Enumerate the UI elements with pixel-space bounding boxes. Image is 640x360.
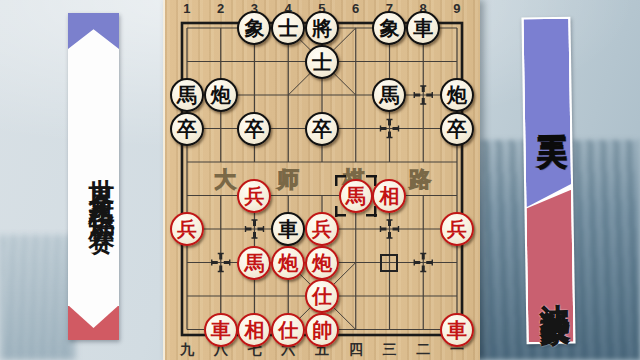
red-horse[interactable]: 馬 bbox=[237, 246, 271, 280]
black-advisor[interactable]: 士 bbox=[305, 45, 339, 79]
black-player-name: 王天一 bbox=[522, 57, 573, 188]
red-soldier[interactable]: 兵 bbox=[305, 212, 339, 246]
black-advisor[interactable]: 士 bbox=[271, 11, 305, 45]
black-chariot[interactable]: 車 bbox=[406, 11, 440, 45]
red-cannon[interactable]: 炮 bbox=[305, 246, 339, 280]
black-horse[interactable]: 馬 bbox=[372, 78, 406, 112]
black-soldier[interactable]: 卒 bbox=[237, 112, 271, 146]
red-horse[interactable]: 馬 bbox=[339, 179, 373, 213]
red-cannon[interactable]: 炮 bbox=[271, 246, 305, 280]
event-title: 世界象棋锦标赛 bbox=[68, 55, 119, 317]
xiangqi-board[interactable]: 123456789 九八七六五四三二一 大师棋路 象士將象車士馬炮馬炮卒卒卒卒兵… bbox=[163, 0, 480, 360]
black-soldier[interactable]: 卒 bbox=[305, 112, 339, 146]
black-elephant[interactable]: 象 bbox=[372, 11, 406, 45]
piece-layer: 象士將象車士馬炮馬炮卒卒卒卒兵馬相兵車兵兵馬炮炮仕車相仕帥車 bbox=[170, 11, 474, 346]
black-soldier[interactable]: 卒 bbox=[170, 112, 204, 146]
black-soldier[interactable]: 卒 bbox=[440, 112, 474, 146]
black-cannon[interactable]: 炮 bbox=[204, 78, 238, 112]
red-elephant[interactable]: 相 bbox=[372, 179, 406, 213]
black-horse[interactable]: 馬 bbox=[170, 78, 204, 112]
screenshot-stage: 世界象棋锦标赛 123456789 九八七六五四三二一 大师棋路 象士將象車士馬 bbox=[0, 0, 640, 360]
red-general[interactable]: 帥 bbox=[305, 313, 339, 347]
red-elephant[interactable]: 相 bbox=[237, 313, 271, 347]
last-move-from-marker bbox=[380, 254, 398, 272]
red-advisor[interactable]: 仕 bbox=[305, 279, 339, 313]
players-banner: 王天一 沈毅豪 bbox=[521, 17, 575, 345]
black-cannon[interactable]: 炮 bbox=[440, 78, 474, 112]
red-soldier[interactable]: 兵 bbox=[237, 179, 271, 213]
background-trees-left bbox=[0, 235, 75, 360]
red-advisor[interactable]: 仕 bbox=[271, 313, 305, 347]
red-chariot[interactable]: 車 bbox=[440, 313, 474, 347]
black-general[interactable]: 將 bbox=[305, 11, 339, 45]
black-chariot[interactable]: 車 bbox=[271, 212, 305, 246]
red-chariot[interactable]: 車 bbox=[204, 313, 238, 347]
red-player-name: 沈毅豪 bbox=[525, 225, 576, 356]
banner-top-chevron bbox=[68, 13, 119, 49]
black-elephant[interactable]: 象 bbox=[237, 11, 271, 45]
red-soldier[interactable]: 兵 bbox=[170, 212, 204, 246]
red-soldier[interactable]: 兵 bbox=[440, 212, 474, 246]
event-banner: 世界象棋锦标赛 bbox=[68, 13, 119, 340]
